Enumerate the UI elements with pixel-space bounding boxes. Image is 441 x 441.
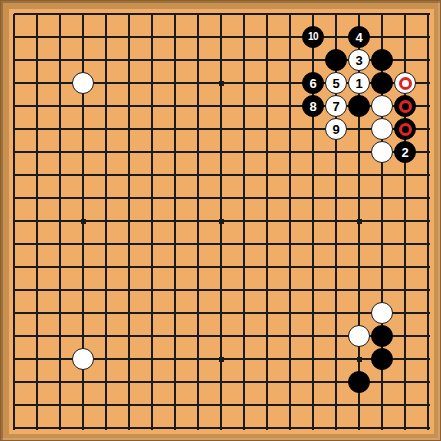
intersection — [26, 72, 49, 95]
intersection — [72, 279, 95, 302]
move-number: 3 — [355, 54, 362, 67]
move-number: 4 — [355, 31, 362, 44]
intersection — [164, 72, 187, 95]
intersection — [210, 72, 233, 95]
intersection — [95, 256, 118, 279]
intersection — [348, 9, 371, 26]
intersection — [141, 72, 164, 95]
intersection — [371, 141, 394, 164]
intersection — [210, 371, 233, 394]
intersection — [9, 49, 26, 72]
intersection — [417, 233, 435, 256]
intersection — [325, 210, 348, 233]
intersection — [279, 325, 302, 348]
intersection — [279, 49, 302, 72]
intersection — [256, 325, 279, 348]
intersection — [417, 279, 435, 302]
stone-black-S15 — [394, 95, 416, 117]
intersection — [302, 348, 325, 371]
intersection — [256, 210, 279, 233]
intersection — [233, 302, 256, 325]
intersection — [371, 164, 394, 187]
intersection — [348, 394, 371, 417]
intersection — [302, 210, 325, 233]
intersection — [210, 164, 233, 187]
intersection: 10 — [302, 26, 325, 49]
stone-white-R15 — [371, 95, 393, 117]
intersection — [141, 141, 164, 164]
intersection — [325, 49, 348, 72]
intersection — [233, 187, 256, 210]
intersection: 9 — [325, 118, 348, 141]
intersection — [325, 394, 348, 417]
intersection — [72, 26, 95, 49]
intersection — [210, 95, 233, 118]
intersection — [279, 210, 302, 233]
intersection — [9, 233, 26, 256]
intersection-grid: 10436518792 — [9, 9, 434, 434]
intersection — [141, 394, 164, 417]
intersection — [348, 348, 371, 371]
intersection — [118, 49, 141, 72]
intersection — [233, 95, 256, 118]
intersection — [302, 256, 325, 279]
intersection — [187, 26, 210, 49]
intersection — [210, 187, 233, 210]
intersection — [371, 256, 394, 279]
intersection — [187, 72, 210, 95]
intersection — [141, 233, 164, 256]
intersection — [95, 348, 118, 371]
intersection — [95, 233, 118, 256]
intersection — [164, 348, 187, 371]
intersection — [72, 348, 95, 371]
intersection — [256, 302, 279, 325]
intersection — [210, 118, 233, 141]
stone-black-O18: 10 — [302, 26, 324, 48]
intersection — [118, 348, 141, 371]
intersection — [141, 187, 164, 210]
stone-white-S16 — [394, 72, 416, 94]
intersection — [279, 187, 302, 210]
intersection — [210, 417, 233, 435]
intersection — [95, 118, 118, 141]
intersection — [256, 256, 279, 279]
intersection — [279, 9, 302, 26]
intersection: 6 — [302, 72, 325, 95]
intersection — [72, 141, 95, 164]
intersection — [394, 302, 417, 325]
intersection — [325, 279, 348, 302]
intersection — [256, 72, 279, 95]
intersection — [394, 49, 417, 72]
intersection — [394, 26, 417, 49]
intersection — [325, 325, 348, 348]
intersection — [233, 233, 256, 256]
intersection — [256, 141, 279, 164]
stone-black-S14 — [394, 118, 416, 140]
intersection — [233, 256, 256, 279]
intersection — [233, 279, 256, 302]
intersection — [164, 279, 187, 302]
intersection — [141, 256, 164, 279]
intersection — [26, 164, 49, 187]
intersection — [417, 187, 435, 210]
intersection: 5 — [325, 72, 348, 95]
intersection — [371, 72, 394, 95]
intersection — [233, 371, 256, 394]
intersection — [141, 9, 164, 26]
intersection — [348, 417, 371, 435]
intersection — [279, 371, 302, 394]
stone-black-O16: 6 — [302, 72, 324, 94]
intersection — [233, 118, 256, 141]
intersection — [26, 325, 49, 348]
stone-black-R17 — [371, 49, 393, 71]
intersection — [302, 279, 325, 302]
intersection — [325, 233, 348, 256]
intersection — [72, 325, 95, 348]
intersection — [164, 302, 187, 325]
intersection — [72, 394, 95, 417]
stone-black-P17 — [325, 49, 347, 71]
intersection — [325, 26, 348, 49]
intersection — [348, 279, 371, 302]
intersection — [187, 118, 210, 141]
intersection — [187, 49, 210, 72]
intersection — [164, 95, 187, 118]
intersection — [302, 164, 325, 187]
intersection — [210, 394, 233, 417]
intersection — [72, 164, 95, 187]
intersection — [141, 26, 164, 49]
intersection — [118, 325, 141, 348]
intersection — [9, 210, 26, 233]
intersection — [118, 279, 141, 302]
intersection — [256, 118, 279, 141]
intersection — [371, 187, 394, 210]
intersection — [279, 417, 302, 435]
intersection — [394, 164, 417, 187]
red-circle-mark-icon — [399, 123, 412, 136]
intersection — [348, 256, 371, 279]
intersection — [233, 26, 256, 49]
intersection — [141, 279, 164, 302]
intersection — [394, 118, 417, 141]
intersection — [256, 49, 279, 72]
intersection — [118, 141, 141, 164]
intersection — [348, 141, 371, 164]
intersection — [417, 118, 435, 141]
intersection — [325, 371, 348, 394]
intersection — [72, 187, 95, 210]
intersection — [371, 325, 394, 348]
intersection — [417, 95, 435, 118]
intersection — [164, 256, 187, 279]
move-number: 9 — [332, 123, 339, 136]
intersection — [141, 49, 164, 72]
intersection — [9, 325, 26, 348]
intersection — [118, 256, 141, 279]
intersection — [256, 233, 279, 256]
intersection — [348, 233, 371, 256]
intersection — [9, 95, 26, 118]
intersection — [49, 118, 72, 141]
intersection — [348, 210, 371, 233]
intersection — [49, 72, 72, 95]
intersection — [325, 302, 348, 325]
stone-black-Q18: 4 — [348, 26, 370, 48]
intersection — [49, 210, 72, 233]
intersection — [187, 141, 210, 164]
intersection — [279, 141, 302, 164]
intersection — [9, 371, 26, 394]
intersection — [325, 164, 348, 187]
intersection — [187, 187, 210, 210]
intersection — [302, 9, 325, 26]
intersection — [26, 371, 49, 394]
intersection: 1 — [348, 72, 371, 95]
intersection — [302, 417, 325, 435]
intersection — [164, 394, 187, 417]
intersection — [302, 141, 325, 164]
intersection — [141, 164, 164, 187]
intersection — [371, 210, 394, 233]
intersection — [187, 371, 210, 394]
intersection — [95, 210, 118, 233]
intersection — [9, 348, 26, 371]
intersection — [279, 279, 302, 302]
intersection — [394, 325, 417, 348]
intersection — [325, 187, 348, 210]
intersection — [256, 9, 279, 26]
stone-white-D16 — [72, 72, 94, 94]
intersection — [49, 348, 72, 371]
intersection — [417, 325, 435, 348]
intersection — [9, 26, 26, 49]
intersection — [95, 302, 118, 325]
intersection — [72, 72, 95, 95]
intersection — [49, 164, 72, 187]
intersection — [26, 233, 49, 256]
intersection — [348, 95, 371, 118]
intersection — [49, 233, 72, 256]
intersection — [371, 95, 394, 118]
stone-white-P16: 5 — [325, 72, 347, 94]
intersection — [72, 95, 95, 118]
intersection — [302, 118, 325, 141]
intersection — [118, 72, 141, 95]
intersection — [26, 210, 49, 233]
intersection — [233, 348, 256, 371]
intersection — [210, 302, 233, 325]
stone-black-R16 — [371, 72, 393, 94]
intersection — [164, 325, 187, 348]
intersection — [371, 302, 394, 325]
intersection — [118, 95, 141, 118]
intersection — [49, 302, 72, 325]
intersection — [9, 302, 26, 325]
intersection — [72, 49, 95, 72]
intersection — [302, 325, 325, 348]
intersection — [233, 49, 256, 72]
intersection — [164, 210, 187, 233]
intersection — [118, 9, 141, 26]
intersection — [141, 95, 164, 118]
intersection — [210, 233, 233, 256]
intersection — [49, 141, 72, 164]
intersection — [256, 164, 279, 187]
stone-white-R13 — [371, 141, 393, 163]
intersection — [118, 164, 141, 187]
intersection — [417, 164, 435, 187]
intersection — [141, 417, 164, 435]
intersection — [164, 371, 187, 394]
move-number: 2 — [401, 146, 408, 159]
intersection — [187, 210, 210, 233]
intersection — [9, 417, 26, 435]
move-number: 10 — [308, 32, 318, 42]
intersection — [72, 256, 95, 279]
red-circle-mark-icon — [399, 100, 412, 113]
intersection — [72, 9, 95, 26]
intersection — [256, 417, 279, 435]
intersection — [394, 210, 417, 233]
go-board-surface: 10436518792 — [9, 9, 434, 434]
intersection — [95, 72, 118, 95]
intersection — [26, 187, 49, 210]
intersection — [26, 26, 49, 49]
intersection — [233, 417, 256, 435]
intersection — [256, 95, 279, 118]
intersection — [210, 49, 233, 72]
intersection — [233, 325, 256, 348]
intersection — [210, 141, 233, 164]
intersection — [49, 95, 72, 118]
intersection — [26, 141, 49, 164]
intersection — [141, 210, 164, 233]
intersection — [302, 187, 325, 210]
move-number: 6 — [309, 77, 316, 90]
intersection — [210, 348, 233, 371]
intersection — [118, 371, 141, 394]
intersection — [256, 279, 279, 302]
intersection — [325, 9, 348, 26]
intersection — [26, 302, 49, 325]
intersection — [187, 233, 210, 256]
stone-black-R4 — [371, 348, 393, 370]
intersection — [417, 72, 435, 95]
intersection — [394, 394, 417, 417]
stone-white-P14: 9 — [325, 118, 347, 140]
intersection: 4 — [348, 26, 371, 49]
intersection — [302, 394, 325, 417]
intersection — [233, 141, 256, 164]
intersection: 8 — [302, 95, 325, 118]
intersection — [141, 302, 164, 325]
intersection — [187, 164, 210, 187]
move-number: 1 — [355, 77, 362, 90]
intersection — [95, 187, 118, 210]
stone-black-Q15 — [348, 95, 370, 117]
intersection — [95, 9, 118, 26]
intersection: 2 — [394, 141, 417, 164]
intersection — [49, 371, 72, 394]
intersection — [49, 279, 72, 302]
intersection — [118, 210, 141, 233]
intersection — [26, 95, 49, 118]
intersection — [394, 371, 417, 394]
intersection — [279, 302, 302, 325]
stone-white-Q17: 3 — [348, 49, 370, 71]
intersection — [371, 417, 394, 435]
intersection — [233, 72, 256, 95]
intersection — [417, 417, 435, 435]
intersection — [371, 394, 394, 417]
intersection — [26, 279, 49, 302]
intersection — [279, 26, 302, 49]
intersection — [210, 256, 233, 279]
intersection — [210, 210, 233, 233]
intersection — [187, 279, 210, 302]
intersection — [210, 279, 233, 302]
intersection — [49, 325, 72, 348]
intersection — [348, 302, 371, 325]
intersection — [49, 9, 72, 26]
intersection — [118, 187, 141, 210]
intersection — [302, 49, 325, 72]
intersection — [279, 348, 302, 371]
intersection — [118, 233, 141, 256]
intersection — [164, 118, 187, 141]
intersection — [371, 233, 394, 256]
stone-white-R14 — [371, 118, 393, 140]
intersection — [118, 118, 141, 141]
intersection — [72, 371, 95, 394]
intersection — [371, 348, 394, 371]
intersection — [9, 187, 26, 210]
intersection — [371, 279, 394, 302]
intersection — [49, 256, 72, 279]
intersection — [325, 141, 348, 164]
intersection — [417, 210, 435, 233]
intersection — [164, 26, 187, 49]
intersection — [394, 72, 417, 95]
intersection — [9, 141, 26, 164]
stone-black-R5 — [371, 325, 393, 347]
intersection — [210, 9, 233, 26]
intersection — [302, 233, 325, 256]
intersection — [394, 95, 417, 118]
intersection — [325, 348, 348, 371]
stone-white-Q5 — [348, 325, 370, 347]
intersection — [233, 394, 256, 417]
intersection — [371, 371, 394, 394]
intersection — [348, 164, 371, 187]
intersection — [187, 394, 210, 417]
intersection — [187, 302, 210, 325]
stone-white-D4 — [72, 348, 94, 370]
intersection — [187, 95, 210, 118]
intersection — [9, 72, 26, 95]
intersection — [325, 417, 348, 435]
intersection — [164, 187, 187, 210]
intersection — [49, 187, 72, 210]
intersection — [187, 256, 210, 279]
intersection — [26, 118, 49, 141]
intersection — [26, 394, 49, 417]
intersection — [26, 417, 49, 435]
